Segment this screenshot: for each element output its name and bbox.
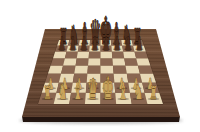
piece-white-king-e1[interactable]: ♚	[102, 71, 114, 107]
square-b5[interactable]	[63, 58, 77, 65]
board-side-edge	[22, 116, 180, 122]
piece-black-pawn-h7[interactable]: ♟	[136, 33, 143, 54]
square-b4[interactable]	[61, 66, 75, 74]
square-c5[interactable]	[76, 58, 89, 65]
piece-black-pawn-b7[interactable]: ♟	[69, 33, 76, 54]
square-e5[interactable]	[101, 58, 113, 65]
chess-board-product-photo: ♜♞♝♛♚♝♞♜♟♟♟♟♟♟♟♟♟♟♟♟♟♟♟♟♜♞♝♛♚♝♞♜	[0, 0, 200, 132]
piece-black-pawn-f7[interactable]: ♟	[114, 33, 121, 54]
piece-black-pawn-a7[interactable]: ♟	[58, 33, 65, 54]
piece-white-rook-a1[interactable]: ♜	[43, 83, 51, 103]
square-h5[interactable]	[136, 58, 150, 65]
square-a4[interactable]	[48, 66, 63, 74]
square-f5[interactable]	[112, 58, 125, 65]
piece-white-knight-g1[interactable]: ♞	[134, 79, 143, 105]
piece-white-bishop-c1[interactable]: ♝	[73, 77, 82, 104]
square-f4[interactable]	[113, 66, 127, 74]
piece-white-bishop-f1[interactable]: ♝	[119, 77, 128, 104]
piece-white-queen-d1[interactable]: ♛	[87, 74, 98, 106]
piece-white-knight-b1[interactable]: ♞	[58, 79, 67, 105]
piece-black-pawn-e7[interactable]: ♟	[102, 33, 109, 54]
piece-white-rook-h1[interactable]: ♜	[149, 83, 157, 103]
square-h4[interactable]	[138, 66, 153, 74]
square-d5[interactable]	[88, 58, 100, 65]
piece-black-pawn-c7[interactable]: ♟	[80, 33, 87, 54]
square-a5[interactable]	[51, 58, 65, 65]
chess-board: ♜♞♝♛♚♝♞♜♟♟♟♟♟♟♟♟♟♟♟♟♟♟♟♟♜♞♝♛♚♝♞♜	[0, 0, 200, 132]
square-c4[interactable]	[74, 66, 88, 74]
piece-black-pawn-g7[interactable]: ♟	[125, 33, 132, 54]
square-d4[interactable]	[87, 66, 100, 74]
square-g4[interactable]	[125, 66, 139, 74]
piece-black-pawn-d7[interactable]: ♟	[91, 33, 98, 54]
square-g5[interactable]	[124, 58, 138, 65]
